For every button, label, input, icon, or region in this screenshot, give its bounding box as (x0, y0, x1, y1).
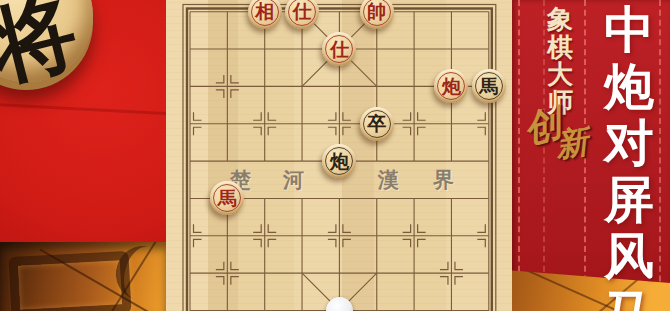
piece-glyph: 馬 (218, 189, 237, 208)
title-vertical: 中炮对屏风马 (598, 2, 660, 311)
promo-banner: 将 楚河 漢界 相仕帥仕炮馬卒炮馬 象棋大师 创 新 中炮对屏风马 (0, 0, 670, 311)
piece-相-red[interactable]: 相 (248, 0, 282, 29)
title-char: 屏 (604, 172, 654, 229)
piece-glyph: 仕 (330, 40, 349, 59)
subtitle-char: 大 (547, 61, 573, 89)
title-char: 马 (604, 285, 654, 311)
river-char: 河 (283, 166, 304, 192)
river-char: 漢 (378, 166, 399, 192)
piece-glyph: 炮 (442, 77, 461, 96)
piece-馬-black[interactable]: 馬 (472, 69, 506, 103)
piece-glyph: 帥 (367, 2, 386, 21)
carved-glyph-shape (8, 251, 131, 311)
piece-帥-red[interactable]: 帥 (360, 0, 394, 29)
piece-glyph: 炮 (330, 152, 349, 171)
title-char: 中 (604, 2, 654, 59)
subtitle-char: 棋 (547, 34, 573, 62)
title-char: 风 (604, 228, 654, 285)
piece-glyph: 馬 (479, 77, 498, 96)
carved-stone-photo (0, 242, 166, 311)
piece-glyph: 卒 (367, 114, 386, 133)
piece-卒-black[interactable]: 卒 (360, 107, 394, 141)
script-char-2: 新 (553, 120, 591, 168)
river-label-right: 漢界 (378, 166, 454, 192)
title-char: 对 (604, 115, 654, 172)
right-banner: 象棋大师 创 新 中炮对屏风马 (512, 0, 670, 311)
subtitle-char: 象 (547, 6, 573, 34)
table-fold-line (0, 103, 184, 116)
xiangqi-board[interactable]: 楚河 漢界 相仕帥仕炮馬卒炮馬 (166, 0, 512, 311)
piece-glyph: 仕 (293, 2, 312, 21)
stitch-line (518, 0, 520, 311)
river-char: 界 (433, 166, 454, 192)
corner-piece-glyph: 将 (0, 0, 89, 107)
title-char: 炮 (604, 59, 654, 116)
corner-general-piece: 将 (0, 0, 93, 82)
left-red-backdrop: 将 (0, 0, 166, 311)
piece-glyph: 相 (255, 2, 274, 21)
